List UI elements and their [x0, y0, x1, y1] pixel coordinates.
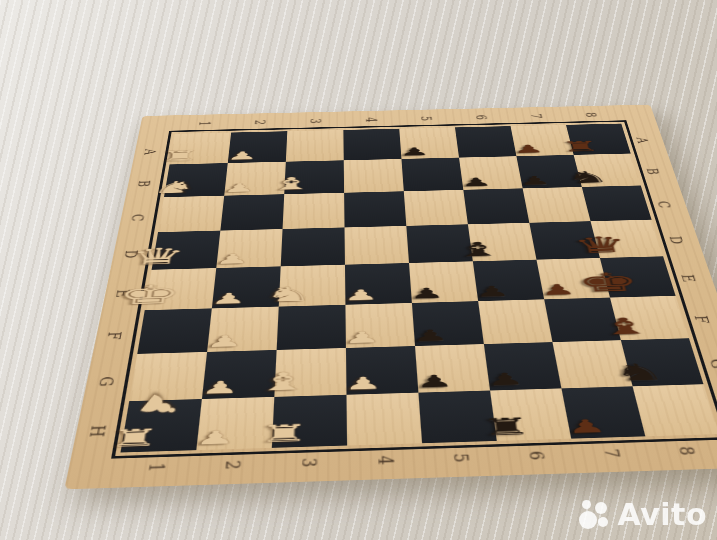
square-g1: ♟	[129, 352, 207, 401]
square-h3: ♜	[272, 395, 347, 448]
square-c4	[344, 191, 406, 227]
label-bottom-4: 4	[374, 455, 398, 465]
square-f5: ♟	[412, 301, 484, 346]
label-top-1: 1	[196, 121, 214, 126]
square-h4	[346, 393, 422, 446]
label-top-7: 7	[527, 113, 545, 118]
watermark-text: Avito	[618, 497, 707, 532]
label-right-G: G	[705, 359, 717, 369]
square-c7	[523, 187, 591, 223]
square-g5: ♟	[415, 344, 490, 393]
square-c8	[582, 185, 652, 221]
square-d4	[345, 226, 409, 265]
square-a2: ♟	[228, 131, 288, 163]
square-b3: ♝	[284, 160, 344, 194]
square-d2: ♟	[216, 229, 282, 268]
label-top-2: 2	[251, 120, 269, 125]
square-e1: ♚	[145, 268, 217, 310]
square-g3: ♝	[274, 348, 346, 397]
square-g4: ♟	[346, 346, 418, 395]
square-b1: ♞	[164, 163, 228, 197]
label-right-B: B	[643, 168, 663, 175]
square-e5: ♟	[409, 261, 478, 303]
board-grid: ♜♟♟♟♜♞♟♝♟♟♞♛♟♝♛♚♟♞♟♟♟♟♚♟♟♟♝♟♟♝♟♟♟♞♜♟♜♜♟	[120, 124, 717, 453]
label-bottom-8: 8	[674, 446, 700, 456]
square-e4: ♟	[345, 263, 412, 305]
square-b6: ♟	[459, 156, 523, 190]
square-h6: ♜	[490, 388, 571, 441]
square-c6	[463, 188, 529, 224]
square-c5	[404, 190, 468, 226]
board-frame: 11AA22BB33CC44DD55EE66FF77GG88HH ♜♟♟♟♜♞♟…	[64, 105, 717, 490]
label-right-A: A	[633, 137, 652, 143]
square-a5: ♟	[399, 127, 459, 159]
label-top-4: 4	[363, 117, 380, 122]
square-f2: ♟	[207, 307, 279, 352]
square-d1: ♛	[152, 231, 221, 270]
square-c3	[283, 193, 345, 229]
square-a6	[455, 126, 516, 157]
square-d8: ♛	[591, 220, 664, 258]
label-bottom-5: 5	[449, 453, 474, 463]
label-bottom-2: 2	[221, 460, 246, 470]
square-b5	[401, 158, 463, 192]
square-b4	[344, 159, 404, 193]
square-h7: ♟	[561, 386, 645, 438]
label-left-F: F	[103, 331, 126, 340]
square-f6	[478, 299, 552, 344]
label-left-B: B	[134, 180, 154, 187]
label-right-C: C	[654, 201, 675, 208]
label-top-5: 5	[418, 116, 436, 121]
label-top-6: 6	[473, 115, 491, 120]
square-a1: ♜	[170, 133, 232, 165]
avito-watermark: Avito	[579, 497, 707, 532]
chess-board: 11AA22BB33CC44DD55EE66FF77GG88HH ♜♟♟♟♜♞♟…	[64, 105, 717, 490]
label-bottom-3: 3	[298, 458, 322, 468]
label-bottom-6: 6	[525, 451, 550, 461]
label-top-8: 8	[582, 112, 600, 117]
square-a3	[286, 130, 344, 162]
label-right-D: D	[665, 236, 687, 244]
square-f8: ♝	[610, 296, 689, 340]
label-right-F: F	[690, 315, 714, 323]
square-g8: ♞	[621, 338, 704, 386]
photo-scene: 11AA22BB33CC44DD55EE66FF77GG88HH ♜♟♟♟♜♞♟…	[0, 0, 717, 540]
square-f4: ♟	[345, 303, 415, 348]
label-left-G: G	[95, 376, 119, 387]
square-e8: ♚	[600, 256, 676, 297]
label-top-3: 3	[307, 118, 324, 123]
square-e6: ♟	[473, 260, 544, 301]
square-a4	[343, 129, 401, 161]
square-d3	[281, 227, 345, 266]
square-f3	[277, 305, 346, 350]
label-left-A: A	[141, 149, 160, 155]
square-c2	[220, 194, 284, 230]
label-right-E: E	[677, 274, 700, 282]
square-f1	[137, 308, 212, 353]
square-h8	[633, 384, 717, 436]
label-bottom-7: 7	[600, 448, 626, 458]
square-g6: ♟	[484, 342, 562, 390]
square-a8: ♜	[566, 124, 631, 155]
square-d6: ♝	[468, 223, 537, 262]
label-left-H: H	[85, 425, 111, 438]
square-b8: ♞	[574, 154, 641, 187]
avito-logo-icon	[579, 499, 611, 531]
square-c1	[158, 196, 224, 232]
square-e3: ♞	[279, 265, 346, 307]
label-bottom-1: 1	[144, 462, 169, 472]
label-left-C: C	[128, 214, 149, 222]
